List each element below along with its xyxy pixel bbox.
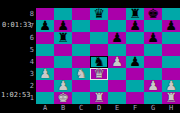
square-a2[interactable]	[36, 80, 54, 92]
square-e8[interactable]	[108, 8, 126, 20]
square-h6[interactable]	[162, 32, 180, 44]
piece-white-pawn: ♟	[111, 56, 123, 68]
piece-white-king: ♚	[57, 92, 69, 104]
square-c4[interactable]	[72, 56, 90, 68]
square-h2[interactable]: ♟	[162, 80, 180, 92]
piece-black-pawn: ♟	[147, 32, 159, 44]
square-d7[interactable]	[90, 20, 108, 32]
file-label-a: A	[36, 104, 54, 113]
square-f4[interactable]: ♟	[126, 56, 144, 68]
square-b5[interactable]	[54, 44, 72, 56]
square-g6[interactable]: ♟	[144, 32, 162, 44]
square-d3[interactable]: ♛	[90, 68, 108, 80]
square-h5[interactable]	[162, 44, 180, 56]
square-c5[interactable]	[72, 44, 90, 56]
piece-black-pawn: ♟	[165, 20, 177, 32]
rank-label-4: 4	[26, 56, 35, 68]
piece-black-pawn: ♟	[129, 20, 141, 32]
piece-black-queen: ♛	[93, 8, 105, 20]
square-a4[interactable]	[36, 56, 54, 68]
rank-label-1: 1	[26, 92, 35, 104]
chess-board: ♛♜♚♟♟♟♟♜♟♟♞♟♟♟♞♛♟♟♟♚♜♜	[36, 8, 180, 104]
square-c2[interactable]	[72, 80, 90, 92]
square-h1[interactable]: ♜	[162, 92, 180, 104]
rank-label-5: 5	[26, 44, 35, 56]
piece-black-knight: ♞	[93, 56, 105, 68]
square-b6[interactable]: ♜	[54, 32, 72, 44]
square-e2[interactable]	[108, 80, 126, 92]
square-f6[interactable]	[126, 32, 144, 44]
rank-label-3: 3	[26, 68, 35, 80]
rank-label-2: 2	[26, 80, 35, 92]
file-label-e: E	[108, 104, 126, 113]
square-e3[interactable]	[108, 68, 126, 80]
square-h7[interactable]: ♟	[162, 20, 180, 32]
square-f8[interactable]: ♜	[126, 8, 144, 20]
square-c1[interactable]	[72, 92, 90, 104]
file-label-f: F	[126, 104, 144, 113]
square-h8[interactable]	[162, 8, 180, 20]
piece-white-pawn: ♟	[165, 80, 177, 92]
square-d1[interactable]: ♜	[90, 92, 108, 104]
piece-white-queen: ♛	[93, 68, 105, 80]
file-labels: ABCDEFGH	[36, 104, 180, 113]
rank-label-6: 6	[26, 32, 35, 44]
square-g7[interactable]	[144, 20, 162, 32]
square-d6[interactable]	[90, 32, 108, 44]
square-g1[interactable]	[144, 92, 162, 104]
square-e5[interactable]	[108, 44, 126, 56]
file-label-b: B	[54, 104, 72, 113]
piece-black-pawn: ♟	[57, 20, 69, 32]
square-b8[interactable]	[54, 8, 72, 20]
piece-white-rook: ♜	[165, 92, 177, 104]
square-a7[interactable]: ♟	[36, 20, 54, 32]
square-b3[interactable]	[54, 68, 72, 80]
file-label-c: C	[72, 104, 90, 113]
chess-game-screen: 0:01:33 1:02:53 87654321 ♛♜♚♟♟♟♟♜♟♟♞♟♟♟♞…	[0, 0, 180, 113]
piece-black-pawn: ♟	[129, 56, 141, 68]
square-c6[interactable]	[72, 32, 90, 44]
square-g5[interactable]	[144, 44, 162, 56]
square-f7[interactable]: ♟	[126, 20, 144, 32]
square-e1[interactable]	[108, 92, 126, 104]
piece-white-pawn: ♟	[147, 80, 159, 92]
square-f5[interactable]	[126, 44, 144, 56]
piece-black-king: ♚	[147, 8, 159, 20]
piece-white-pawn: ♟	[39, 68, 51, 80]
square-e4[interactable]: ♟	[108, 56, 126, 68]
square-a5[interactable]	[36, 44, 54, 56]
square-f2[interactable]	[126, 80, 144, 92]
square-b2[interactable]: ♟	[54, 80, 72, 92]
piece-white-knight: ♞	[75, 68, 87, 80]
square-b4[interactable]	[54, 56, 72, 68]
file-label-h: H	[162, 104, 180, 113]
square-d2[interactable]	[90, 80, 108, 92]
square-c7[interactable]	[72, 20, 90, 32]
square-d4[interactable]: ♞	[90, 56, 108, 68]
square-a1[interactable]	[36, 92, 54, 104]
rank-label-8: 8	[26, 8, 35, 20]
square-b7[interactable]: ♟	[54, 20, 72, 32]
rank-labels: 87654321	[26, 8, 35, 104]
square-a3[interactable]: ♟	[36, 68, 54, 80]
square-a8[interactable]	[36, 8, 54, 20]
square-f3[interactable]	[126, 68, 144, 80]
piece-black-rook: ♜	[129, 8, 141, 20]
square-h3[interactable]	[162, 68, 180, 80]
piece-white-pawn: ♟	[57, 80, 69, 92]
square-h4[interactable]	[162, 56, 180, 68]
square-c3[interactable]: ♞	[72, 68, 90, 80]
square-g2[interactable]: ♟	[144, 80, 162, 92]
square-a6[interactable]	[36, 32, 54, 44]
square-c8[interactable]	[72, 8, 90, 20]
square-b1[interactable]: ♚	[54, 92, 72, 104]
square-g3[interactable]	[144, 68, 162, 80]
square-e6[interactable]: ♟	[108, 32, 126, 44]
square-g4[interactable]	[144, 56, 162, 68]
square-d5[interactable]	[90, 44, 108, 56]
square-g8[interactable]: ♚	[144, 8, 162, 20]
file-label-d: D	[90, 104, 108, 113]
square-d8[interactable]: ♛	[90, 8, 108, 20]
piece-black-pawn: ♟	[39, 20, 51, 32]
piece-black-pawn: ♟	[111, 32, 123, 44]
square-e7[interactable]	[108, 20, 126, 32]
piece-black-rook: ♜	[57, 32, 69, 44]
square-f1[interactable]	[126, 92, 144, 104]
piece-white-rook: ♜	[93, 92, 105, 104]
rank-label-7: 7	[26, 20, 35, 32]
file-label-g: G	[144, 104, 162, 113]
